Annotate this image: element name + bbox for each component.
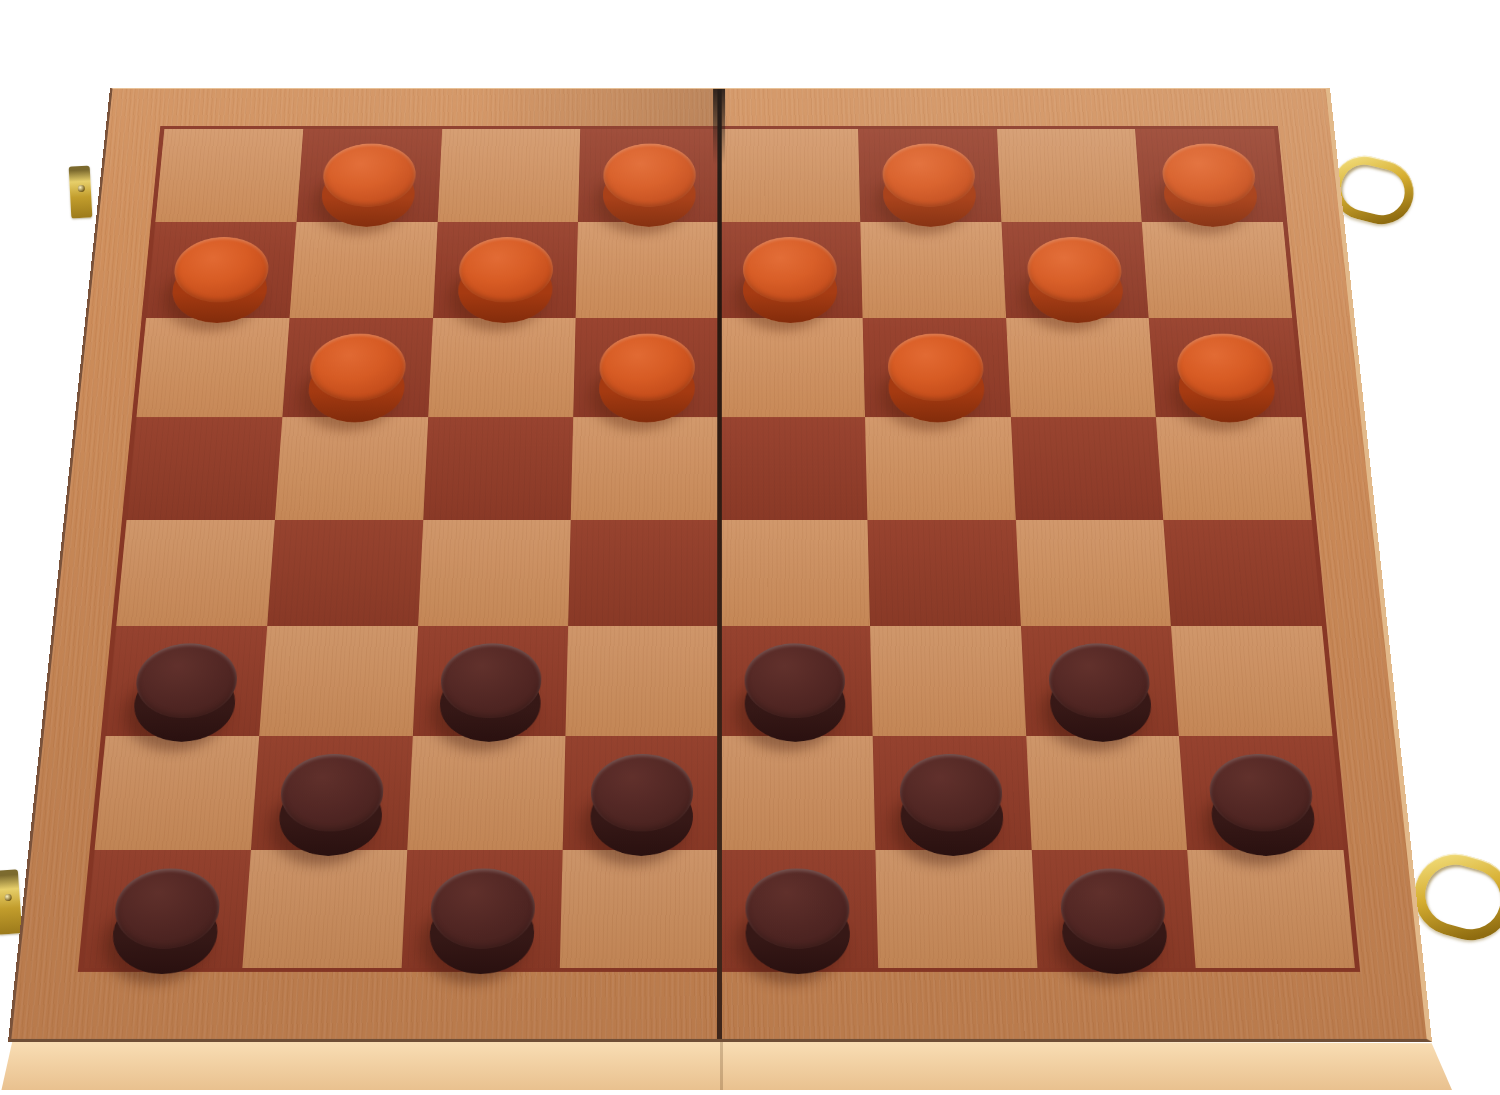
square-c4[interactable] [418,520,571,626]
checker-top [882,144,977,207]
fold-seam [717,89,722,1039]
square-c7[interactable] [433,222,579,318]
square-a8[interactable] [155,129,303,222]
square-e2[interactable] [719,736,875,850]
checker-top [745,643,846,718]
square-h6[interactable] [1149,318,1302,417]
square-c1[interactable] [401,850,563,968]
square-h8[interactable] [1135,129,1283,222]
brass-hinge-bottom-left-icon [0,869,22,935]
square-g8[interactable] [997,129,1142,222]
square-b2[interactable] [251,736,413,850]
checker-top [746,869,851,949]
square-d7[interactable] [576,222,719,318]
board-right-grid [719,126,1360,972]
square-b7[interactable] [289,222,437,318]
square-f6[interactable] [862,318,1010,417]
square-g4[interactable] [1015,520,1171,626]
checker-top [899,754,1004,831]
red-checker[interactable] [172,237,271,302]
checker-top [743,237,838,302]
dark-checker[interactable] [1047,643,1152,718]
square-h1[interactable] [1187,850,1354,968]
square-h2[interactable] [1179,736,1343,850]
square-c3[interactable] [412,626,568,736]
red-checker[interactable] [602,144,695,207]
square-g5[interactable] [1010,417,1163,520]
square-d5[interactable] [571,417,719,520]
square-b4[interactable] [267,520,423,626]
square-a7[interactable] [146,222,296,318]
dark-checker[interactable] [746,869,851,949]
red-checker[interactable] [1160,144,1258,207]
dark-checker[interactable] [1207,754,1316,831]
square-a2[interactable] [95,736,259,850]
square-a6[interactable] [136,318,289,417]
square-b8[interactable] [296,129,441,222]
dark-checker[interactable] [590,754,693,831]
square-b6[interactable] [282,318,432,417]
square-f2[interactable] [872,736,1031,850]
square-h7[interactable] [1142,222,1292,318]
square-e6[interactable] [719,318,865,417]
board-left-half [11,89,719,1039]
square-f3[interactable] [870,626,1026,736]
square-h4[interactable] [1163,520,1321,626]
checkers-board [8,88,1432,1042]
square-e7[interactable] [719,222,862,318]
checker-top [599,334,695,402]
checker-top [602,144,695,207]
square-a1[interactable] [83,850,251,968]
square-d3[interactable] [566,626,719,736]
square-g7[interactable] [1001,222,1149,318]
dark-checker[interactable] [429,869,536,949]
square-c2[interactable] [407,736,566,850]
checker-top [590,754,693,831]
brass-hinge-top-left-icon [69,165,93,218]
dark-checker[interactable] [899,754,1004,831]
square-c8[interactable] [437,129,580,222]
square-f8[interactable] [858,129,1001,222]
product-photo-stage [0,0,1500,1095]
square-f4[interactable] [867,520,1020,626]
red-checker[interactable] [743,237,838,302]
board-left-grid [78,126,719,972]
dark-checker[interactable] [133,643,240,718]
clasp-hole [1336,160,1409,220]
square-e3[interactable] [719,626,872,736]
clasp-hole [1418,858,1500,937]
dark-checker[interactable] [112,869,223,949]
square-h3[interactable] [1171,626,1332,736]
square-d6[interactable] [573,318,719,417]
red-checker[interactable] [458,237,554,302]
square-h5[interactable] [1156,417,1312,520]
screw-icon [77,185,84,192]
square-d1[interactable] [560,850,719,968]
square-e5[interactable] [719,417,867,520]
red-checker[interactable] [599,334,695,402]
square-g2[interactable] [1026,736,1188,850]
square-f5[interactable] [865,417,1016,520]
square-b3[interactable] [259,626,418,736]
square-d4[interactable] [568,520,719,626]
square-a3[interactable] [106,626,267,736]
square-c6[interactable] [428,318,576,417]
checker-top [887,334,985,402]
red-checker[interactable] [308,334,407,402]
square-d2[interactable] [563,736,719,850]
dark-checker[interactable] [1059,869,1168,949]
square-b5[interactable] [275,417,428,520]
square-c5[interactable] [423,417,574,520]
square-e8[interactable] [719,129,860,222]
screw-icon [4,894,11,901]
square-a4[interactable] [116,520,274,626]
square-f1[interactable] [875,850,1037,968]
square-g3[interactable] [1020,626,1179,736]
board-right-half [719,89,1427,1039]
square-d8[interactable] [578,129,719,222]
fold-seam-gap [713,89,725,165]
dark-checker[interactable] [745,643,846,718]
square-b1[interactable] [242,850,407,968]
square-g1[interactable] [1031,850,1196,968]
dark-checker[interactable] [279,754,386,831]
square-e4[interactable] [719,520,870,626]
red-checker[interactable] [1174,334,1275,402]
square-g6[interactable] [1006,318,1156,417]
square-a5[interactable] [127,417,283,520]
board-base-strip [0,1038,1452,1090]
dark-checker[interactable] [439,643,542,718]
red-checker[interactable] [321,144,417,207]
square-e1[interactable] [719,850,878,968]
red-checker[interactable] [887,334,985,402]
red-checker[interactable] [882,144,977,207]
square-f7[interactable] [860,222,1006,318]
red-checker[interactable] [1026,237,1124,302]
